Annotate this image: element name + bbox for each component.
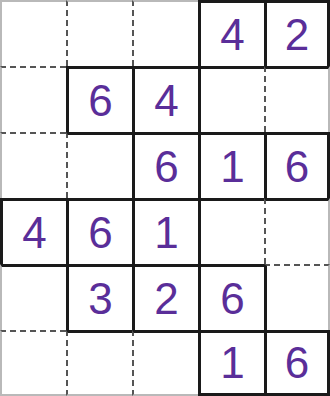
- given-digit: 2: [285, 13, 309, 57]
- given-digit: 6: [285, 145, 309, 189]
- cell-r6c4-given: 1: [198, 330, 264, 396]
- cell-r3c1-empty[interactable]: [0, 132, 66, 198]
- given-digit: 4: [220, 13, 244, 57]
- cell-r3c5-given: 6: [264, 132, 330, 198]
- cell-r2c5-empty[interactable]: [264, 66, 330, 132]
- cell-r6c3-empty[interactable]: [132, 330, 198, 396]
- cell-r2c2-given: 6: [66, 66, 132, 132]
- given-digit: 1: [154, 211, 178, 255]
- cell-r3c2-empty[interactable]: [66, 132, 132, 198]
- given-digit: 6: [154, 145, 178, 189]
- given-digit: 1: [220, 145, 244, 189]
- puzzle-board: 426461646132616: [0, 0, 330, 396]
- given-digit: 6: [285, 341, 309, 385]
- cell-r1c1-empty[interactable]: [0, 0, 66, 66]
- given-digit: 1: [220, 341, 244, 385]
- cell-r1c4-given: 4: [198, 0, 264, 66]
- cell-r4c4-empty[interactable]: [198, 198, 264, 264]
- cell-r1c5-given: 2: [264, 0, 330, 66]
- cell-r1c2-empty[interactable]: [66, 0, 132, 66]
- cell-r5c1-empty[interactable]: [0, 264, 66, 330]
- given-digit: 4: [154, 79, 178, 123]
- cell-r4c2-given: 6: [66, 198, 132, 264]
- given-digit: 3: [88, 277, 112, 321]
- given-digit: 6: [88, 211, 112, 255]
- cell-r5c2-given: 3: [66, 264, 132, 330]
- cell-r5c3-given: 2: [132, 264, 198, 330]
- given-digit: 6: [88, 79, 112, 123]
- cell-r3c3-given: 6: [132, 132, 198, 198]
- cell-r6c2-empty[interactable]: [66, 330, 132, 396]
- cell-r5c4-given: 6: [198, 264, 264, 330]
- cell-r6c1-empty[interactable]: [0, 330, 66, 396]
- cell-r2c1-empty[interactable]: [0, 66, 66, 132]
- cell-r3c4-given: 1: [198, 132, 264, 198]
- cell-r4c3-given: 1: [132, 198, 198, 264]
- cell-r2c4-empty[interactable]: [198, 66, 264, 132]
- given-digit: 6: [220, 277, 244, 321]
- cell-r6c5-given: 6: [264, 330, 330, 396]
- cell-r4c5-empty[interactable]: [264, 198, 330, 264]
- given-digit: 4: [22, 211, 46, 255]
- cell-r1c3-empty[interactable]: [132, 0, 198, 66]
- cell-r4c1-given: 4: [0, 198, 66, 264]
- cell-r5c5-empty[interactable]: [264, 264, 330, 330]
- cell-r2c3-given: 4: [132, 66, 198, 132]
- given-digit: 2: [154, 277, 178, 321]
